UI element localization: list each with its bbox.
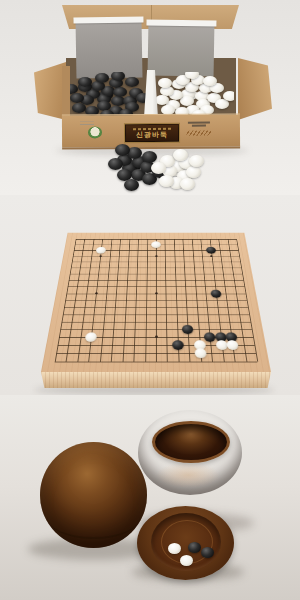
star-point <box>155 255 157 257</box>
loose-stone-black <box>115 144 130 156</box>
star-point <box>210 255 213 257</box>
loose-stone-black <box>113 87 127 97</box>
loose-stone-white <box>203 76 217 86</box>
grid-line-h <box>61 322 250 323</box>
lid-stone-white <box>180 555 193 566</box>
loose-stone-black <box>108 158 123 170</box>
lid-stone-black <box>188 542 201 553</box>
paper-liner <box>73 16 143 23</box>
lid-seam <box>47 495 139 539</box>
grid-line-h <box>55 362 258 363</box>
loose-stone-white <box>151 162 166 174</box>
side-print <box>184 121 214 141</box>
loose-stone-black <box>111 72 125 81</box>
brand-title: 신광바둑 <box>136 131 168 138</box>
open-go-bowl <box>138 410 242 495</box>
grid-line-h <box>64 307 248 308</box>
go-board-19x19 <box>41 233 271 372</box>
star-point <box>155 292 158 294</box>
loose-white-pile <box>147 148 209 194</box>
bowl-opening <box>152 421 230 463</box>
loose-stone-black <box>70 93 84 103</box>
upturned-lid-dish <box>137 506 234 580</box>
loose-stone-white <box>159 175 174 187</box>
black-go-stone <box>182 325 194 334</box>
closed-go-bowl <box>40 442 147 548</box>
star-point <box>95 292 98 294</box>
star-point <box>99 255 102 257</box>
loose-stone-white <box>158 78 172 88</box>
lid-stone-black <box>201 547 214 558</box>
loose-stone-white <box>180 178 195 190</box>
black-go-stone <box>210 289 221 297</box>
grid-line-h <box>63 314 249 315</box>
lid-stone-group <box>137 506 234 580</box>
grid-line-h <box>56 353 256 354</box>
paper-liner <box>146 19 216 26</box>
print-line <box>192 125 206 127</box>
black-go-stone <box>172 340 184 350</box>
box-wall <box>62 66 70 118</box>
scene-bowls <box>0 395 300 600</box>
grid-line-h <box>65 300 247 301</box>
star-point <box>155 336 158 338</box>
lid-stone-white <box>168 543 181 554</box>
go-set-product-photo: 신광바둑 <box>0 0 300 600</box>
black-go-stone <box>204 332 216 341</box>
loose-stone-white <box>186 166 201 178</box>
left-partition <box>75 19 142 78</box>
white-go-stone <box>194 348 206 358</box>
green-seal-logo <box>88 126 102 138</box>
scene-stone-box: 신광바둑 <box>0 0 300 195</box>
loose-stone-white <box>173 149 188 161</box>
board-perspective-wrap <box>41 195 271 372</box>
white-go-stone <box>85 332 97 341</box>
loose-stone-white <box>223 91 234 101</box>
white-go-stone <box>226 340 239 350</box>
board-side-face <box>41 372 271 388</box>
print-line <box>188 122 210 124</box>
plaque-ornament <box>133 128 171 130</box>
right-partition <box>148 22 215 76</box>
loose-stone-black <box>125 77 139 87</box>
white-go-stone <box>151 241 161 248</box>
black-go-stone <box>206 247 216 254</box>
loose-stone-white <box>189 155 204 167</box>
loose-stone-black <box>95 73 109 83</box>
signature-script <box>186 131 212 136</box>
loose-stone-black <box>72 103 86 113</box>
loose-stone-black <box>124 179 139 191</box>
grid-line-h <box>60 329 252 330</box>
loose-stone-black <box>78 77 92 87</box>
box-right-flap <box>238 58 272 120</box>
white-go-stone <box>96 247 106 254</box>
black-stone-compartment <box>68 72 148 120</box>
scene-go-board <box>0 195 300 395</box>
wood-sheen <box>156 462 220 488</box>
